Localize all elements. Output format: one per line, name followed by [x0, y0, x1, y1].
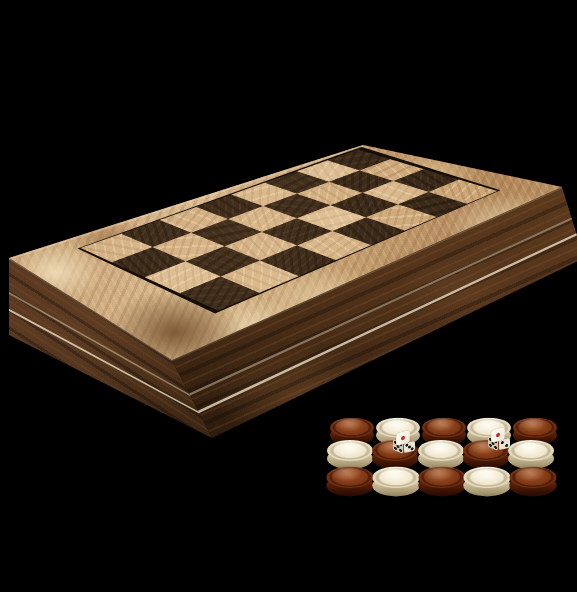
checker-top	[513, 417, 557, 437]
die[interactable]	[392, 432, 418, 458]
checker-top	[372, 466, 419, 488]
product-photo	[0, 0, 577, 592]
checker-top	[422, 417, 466, 437]
checker-white[interactable]	[508, 440, 554, 469]
checker-top	[418, 440, 464, 461]
checker-white[interactable]	[464, 466, 511, 496]
checker-brown[interactable]	[509, 466, 556, 496]
checker-top	[418, 466, 465, 488]
checker-top	[326, 466, 373, 488]
checker-white[interactable]	[372, 466, 419, 496]
checker-top	[508, 440, 554, 461]
die[interactable]	[487, 429, 513, 455]
checker-brown[interactable]	[326, 466, 373, 496]
checker-top	[330, 417, 374, 437]
checker-top	[509, 466, 556, 488]
checker-white[interactable]	[418, 440, 464, 469]
checker-top	[464, 466, 511, 488]
checker-top	[327, 440, 373, 461]
checker-brown[interactable]	[418, 466, 465, 496]
checker-white[interactable]	[327, 440, 373, 469]
